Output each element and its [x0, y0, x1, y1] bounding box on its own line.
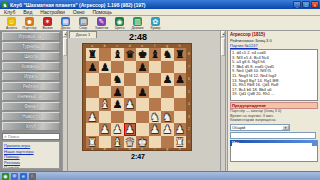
message-input-wrap [230, 132, 316, 139]
square-e8[interactable]: ♚ [136, 48, 149, 61]
channel-select[interactable]: Общий ▼ [230, 124, 290, 131]
black-pawn: ♟ [136, 86, 149, 99]
square-e2[interactable] [136, 123, 149, 136]
square-a6[interactable] [86, 73, 99, 86]
square-b4[interactable]: ♝ [99, 98, 112, 111]
square-c7[interactable] [111, 61, 124, 74]
toolbar-button-save[interactable]: ▤Сохр. [75, 16, 92, 30]
rank-label: 5 [186, 86, 192, 99]
menu-item-Клуб[interactable]: Клуб [0, 9, 19, 15]
square-f6[interactable] [149, 73, 162, 86]
black-king: ♚ [136, 48, 149, 61]
file-label: a [86, 147, 99, 151]
security-icon[interactable]: ⛨ [11, 173, 18, 180]
toolbar-button-engines[interactable]: ▥Движки [129, 16, 146, 30]
toolbar-label: Заметки [95, 26, 108, 30]
square-a3[interactable]: ♟ [86, 111, 99, 124]
black-rook: ♜ [174, 48, 187, 61]
toolbar-label: Кумир [150, 26, 160, 30]
white-pawn: ♟ [99, 123, 112, 136]
toolbar-button-kumir[interactable]: ✿Кумир [147, 16, 164, 30]
chevron-down-icon[interactable]: ▼ [282, 125, 289, 130]
chess-board: ♜♝♛♚♝♞♜♟♟♟♞♟♟♟♟♝♟♟♟♞♞♟♟♟♟♟♟♜♝♛♚♜ [86, 48, 186, 148]
square-g2[interactable]: ♟ [161, 123, 174, 136]
sidebar-item-Новости[interactable]: Новости [2, 112, 60, 121]
white-pawn: ♟ [149, 123, 162, 136]
toolbar-label: Партнёр [23, 26, 37, 30]
file-label: g [161, 147, 174, 151]
square-e5[interactable]: ♟ [136, 86, 149, 99]
profile-icon: ☺ [7, 17, 16, 26]
black-pawn: ♟ [111, 98, 124, 111]
square-h7[interactable] [174, 61, 187, 74]
square-f3[interactable]: ♞ [149, 111, 162, 124]
window-buttons: _□✕ [293, 1, 319, 8]
sidebar-links: Правила игрыНаши партнёрыПомощьРекламаО … [2, 141, 60, 169]
square-e4[interactable] [136, 98, 149, 111]
search-input[interactable] [8, 134, 52, 139]
square-g8[interactable]: ♞ [161, 48, 174, 61]
clock-white: 2:47 [82, 153, 194, 160]
square-d2[interactable]: ♟ [124, 123, 137, 136]
colors-icon: ◉ [115, 17, 124, 26]
square-b2[interactable]: ♟ [99, 123, 112, 136]
board-frame: abcdefgh ♜♝♛♚♝♞♜♟♟♟♞♟♟♟♟♝♟♟♟♞♞♟♟♟♟♟♟♜♝♛♚… [82, 43, 192, 151]
square-c5[interactable]: ♟ [111, 86, 124, 99]
close-button[interactable]: ✕ [311, 1, 319, 8]
rank-label: 6 [186, 73, 192, 86]
toolbar-button-partner[interactable]: ☻Партнёр [21, 16, 38, 30]
toolbar: ☺Анкета☻Партнёр✶Вызов▦Доска▤Сохр.✎Заметк… [0, 16, 320, 31]
warning-lines: Партнёр — аватар (блиц 3 0)Время на парт… [230, 109, 318, 123]
title-bar[interactable]: ♞ Клуб "Шахматная планета" (Агрессор) 1.… [0, 0, 320, 9]
scroll-thumb[interactable] [221, 38, 225, 56]
black-knight: ♞ [111, 73, 124, 86]
black-queen: ♛ [124, 48, 137, 61]
toolbar-label: Движки [131, 26, 143, 30]
application-window: ♞ Клуб "Шахматная планета" (Агрессор) 1.… [0, 0, 320, 180]
rank-label: 1 [186, 136, 192, 149]
scroll-thumb[interactable] [63, 38, 67, 56]
sidebar-item-Команды[interactable]: Команды [2, 62, 60, 71]
square-d8[interactable]: ♛ [124, 48, 137, 61]
square-d6[interactable] [124, 73, 137, 86]
square-f2[interactable]: ♟ [149, 123, 162, 136]
minimize-button[interactable]: _ [293, 1, 301, 8]
engines-icon: ▥ [133, 17, 142, 26]
square-e7[interactable]: ♟ [136, 61, 149, 74]
file-label: e [136, 147, 149, 151]
sidebar-item-Рейтинг[interactable]: Рейтинг [2, 82, 60, 91]
black-rook: ♜ [86, 48, 99, 61]
square-g7[interactable] [161, 61, 174, 74]
channel-select-value: Общий [232, 125, 245, 130]
save-icon: ▤ [79, 17, 88, 26]
maximize-button[interactable]: □ [302, 1, 310, 8]
toolbar-button-notes[interactable]: ✎Заметки [93, 16, 110, 30]
sidebar-buttons: Игровой залТурнирыШколаКомандыИгратьРейт… [0, 32, 62, 131]
sidebar-item-Школа[interactable]: Школа [2, 52, 60, 61]
square-f8[interactable]: ♝ [149, 48, 162, 61]
black-pawn: ♟ [111, 86, 124, 99]
toolbar-button-challenge[interactable]: ✶Вызов [39, 16, 56, 30]
white-knight: ♞ [149, 111, 162, 124]
toolbar-label: Доска [61, 26, 71, 30]
square-c6[interactable]: ♞ [111, 73, 124, 86]
chat-body[interactable] [230, 146, 318, 162]
square-d3[interactable] [124, 111, 137, 124]
sidebar-item-Турниры[interactable]: Турниры [2, 42, 60, 51]
rank-label: 2 [186, 123, 192, 136]
sidebar-item-Играть[interactable]: Играть [2, 72, 60, 81]
white-pawn: ♟ [124, 123, 137, 136]
square-h5[interactable] [174, 86, 187, 99]
menu-item-Настройки[interactable]: Настройки [36, 9, 69, 15]
start-icon[interactable]: ◉ [2, 173, 9, 180]
square-h2[interactable]: ♟ [174, 123, 187, 136]
clock-black: 2:48 [82, 32, 194, 42]
square-f5[interactable] [149, 86, 162, 99]
black-pawn: ♟ [86, 61, 99, 74]
file-label: c [111, 147, 124, 151]
sidebar-item-Клуб[interactable]: Клуб [2, 122, 60, 131]
square-c2[interactable]: ♟ [111, 123, 124, 136]
browser-icon[interactable]: e [20, 173, 27, 180]
square-d7[interactable] [124, 61, 137, 74]
rank-label: 7 [186, 61, 192, 74]
black-pawn: ♟ [136, 61, 149, 74]
square-h8[interactable]: ♜ [174, 48, 187, 61]
menu-item-Помощь[interactable]: Помощь [88, 9, 115, 15]
chess-icon[interactable]: ♘ [29, 173, 36, 180]
square-a8[interactable]: ♜ [86, 48, 99, 61]
rank-label: 3 [186, 111, 192, 124]
black-pawn: ♟ [161, 73, 174, 86]
black-pawn: ♟ [174, 73, 187, 86]
sidebar-item-Книжный зал[interactable]: Книжный зал [2, 92, 60, 101]
square-e3[interactable] [136, 111, 149, 124]
toolbar-label: Сохр. [79, 26, 88, 30]
square-b5[interactable] [99, 86, 112, 99]
scroll-up-icon[interactable]: ▲ [63, 31, 67, 37]
challenge-icon: ✶ [43, 17, 52, 26]
menu-item-Окно[interactable]: Окно [69, 9, 89, 15]
warning-line: Комментарии запрещены. [230, 118, 318, 123]
sidebar-search[interactable]: ⌕ [2, 133, 60, 140]
board-icon: ▦ [61, 17, 70, 26]
app-icon: ♞ [2, 2, 8, 8]
toolbar-label: Анкета [6, 26, 17, 30]
menu-bar: КлубВидНастройкиОкноПомощь [0, 9, 320, 16]
file-label: b [99, 147, 112, 151]
white-pawn: ♟ [161, 123, 174, 136]
notes-icon: ✎ [97, 17, 106, 26]
square-g4[interactable] [161, 98, 174, 111]
rank-label: 8 [186, 48, 192, 61]
square-b3[interactable] [99, 111, 112, 124]
square-d5[interactable] [124, 86, 137, 99]
white-pawn: ♟ [174, 123, 187, 136]
board-area-scrollbar[interactable]: ▲ [220, 31, 226, 171]
square-g5[interactable] [161, 86, 174, 99]
toolbar-label: Цвета [115, 26, 125, 30]
black-bishop: ♝ [111, 48, 124, 61]
black-pawn: ♟ [99, 61, 112, 74]
taskbar[interactable]: ◉⛨e♘ [0, 171, 320, 180]
white-bishop: ♝ [99, 98, 112, 111]
rank-labels: 87654321 [186, 48, 192, 148]
message-input[interactable] [232, 143, 312, 148]
square-b7[interactable]: ♟ [99, 61, 112, 74]
file-label: h [174, 147, 187, 151]
white-knight: ♞ [161, 111, 174, 124]
square-h3[interactable] [174, 111, 187, 124]
game-info-panel: Агрессор (1815) Рейтинговая. Блиц 3 0 Па… [227, 31, 320, 171]
file-labels-bottom: abcdefgh [86, 147, 186, 151]
square-h4[interactable] [174, 98, 187, 111]
square-c4[interactable]: ♟ [111, 98, 124, 111]
kumir-icon: ✿ [151, 17, 160, 26]
rank-label: 4 [186, 98, 192, 111]
square-f4[interactable] [149, 98, 162, 111]
move-line: 19. Qd1 Qd8 20. Rh1 ... [232, 92, 316, 97]
white-pawn: ♟ [111, 123, 124, 136]
square-a2[interactable] [86, 123, 99, 136]
square-b8[interactable] [99, 48, 112, 61]
sidebar-link[interactable]: О клубе [4, 165, 58, 169]
menu-item-Вид[interactable]: Вид [19, 9, 36, 15]
toolbar-button-colors[interactable]: ◉Цвета [111, 16, 128, 30]
board-area: Доска 1 2:48 abcdefgh ♜♝♛♚♝♞♜♟♟♟♞♟♟♟♟♝♟♟… [68, 31, 220, 171]
square-f7[interactable] [149, 61, 162, 74]
toolbar-button-profile[interactable]: ☺Анкета [3, 16, 20, 30]
toolbar-button-board[interactable]: ▦Доска [57, 16, 74, 30]
square-e6[interactable] [136, 73, 149, 86]
black-knight: ♞ [161, 48, 174, 61]
window-title: Клуб "Шахматная планета" (Агрессор) 1.19… [10, 2, 293, 8]
sidebar: Игровой залТурнирыШколаКомандыИгратьРейт… [0, 31, 62, 171]
square-a7[interactable]: ♟ [86, 61, 99, 74]
white-pawn: ♟ [86, 111, 99, 124]
move-list[interactable]: 1. d4 c5 2. e4 cxd43. Nf3 e5 4. Bc4 Nc65… [230, 49, 318, 101]
sidebar-item-Финал[interactable]: Финал [2, 102, 60, 111]
square-a5[interactable] [86, 86, 99, 99]
partner-icon: ☻ [25, 17, 34, 26]
file-label: d [124, 147, 137, 151]
square-c3[interactable] [111, 111, 124, 124]
square-g6[interactable]: ♟ [161, 73, 174, 86]
scroll-up-icon[interactable]: ▲ [221, 31, 225, 37]
warning-header: Предупреждение [230, 102, 318, 109]
toolbar-label: Вызов [42, 26, 52, 30]
square-g3[interactable]: ♞ [161, 111, 174, 124]
sidebar-item-Игровой зал[interactable]: Игровой зал [2, 32, 60, 41]
square-d4[interactable]: ♟ [124, 98, 137, 111]
file-label: f [149, 147, 162, 151]
search-icon: ⌕ [4, 133, 7, 140]
square-c8[interactable]: ♝ [111, 48, 124, 61]
game-link[interactable]: Партия №1247 [230, 43, 318, 48]
square-a4[interactable] [86, 98, 99, 111]
square-b6[interactable] [99, 73, 112, 86]
black-bishop: ♝ [149, 48, 162, 61]
white-pawn: ♟ [124, 98, 137, 111]
square-h6[interactable]: ♟ [174, 73, 187, 86]
